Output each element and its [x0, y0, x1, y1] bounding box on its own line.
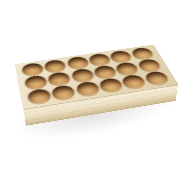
pit-r1c2[interactable]: [44, 59, 68, 74]
pit-r1c5[interactable]: [109, 50, 134, 64]
board-perspective-wrapper: [19, 38, 169, 110]
pit-r2c4[interactable]: [92, 65, 118, 80]
pit-r3c6[interactable]: [143, 70, 170, 86]
pit-r2c3[interactable]: [70, 68, 95, 83]
pit-r2c6[interactable]: [136, 58, 162, 73]
pit-r1c3[interactable]: [66, 56, 90, 70]
pit-r1c4[interactable]: [88, 53, 113, 67]
pit-r3c3[interactable]: [75, 81, 101, 98]
pit-r1c1[interactable]: [21, 62, 45, 77]
pit-r3c2[interactable]: [51, 84, 77, 101]
product-photo-scene: [0, 0, 190, 190]
pit-r2c2[interactable]: [47, 71, 72, 87]
pit-r2c1[interactable]: [24, 75, 49, 91]
pit-r3c1[interactable]: [27, 88, 53, 105]
pit-r3c4[interactable]: [98, 77, 125, 93]
pit-r2c5[interactable]: [115, 61, 141, 76]
pit-r3c5[interactable]: [121, 74, 148, 90]
mancala-board: [15, 45, 178, 109]
